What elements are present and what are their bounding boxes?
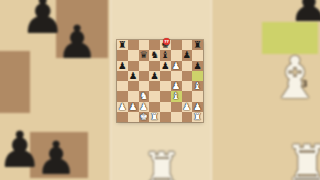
square-f6[interactable]: ♟ [171, 61, 182, 71]
bg-white-rook-bottom-center-icon: ♜ [142, 147, 181, 180]
square-e5[interactable] [160, 71, 171, 81]
white-pawn-icon[interactable]: ♟ [129, 102, 138, 112]
square-c1[interactable]: ♚ [139, 112, 150, 122]
square-e1[interactable] [160, 112, 171, 122]
square-e7[interactable]: ♝ [160, 50, 171, 60]
black-queen-icon[interactable]: ♛ [140, 50, 149, 60]
square-a6[interactable]: ♟ [117, 61, 128, 71]
black-pawn-icon[interactable]: ♟ [193, 61, 202, 71]
white-pawn-icon[interactable]: ♟ [183, 102, 192, 112]
screenshot-root: ♟♟♟♟♟♝♜♜ 3 ♜♚♜♛♞♝♟♟♟♟♟♟♟♟♝♞♝♟♟♟♟♟♚♜♜?? [0, 0, 320, 180]
square-e6[interactable]: ♟ [160, 61, 171, 71]
square-e2[interactable] [160, 102, 171, 112]
square-b2[interactable]: ♟ [128, 102, 139, 112]
square-g3[interactable] [182, 91, 193, 101]
square-a4[interactable] [117, 81, 128, 91]
square-g6[interactable] [182, 61, 193, 71]
square-g4[interactable] [182, 81, 193, 91]
square-d7[interactable]: ♞ [149, 50, 160, 60]
black-pawn-icon[interactable]: ♟ [150, 71, 159, 81]
square-c7[interactable]: ♛ [139, 50, 150, 60]
square-h7[interactable] [192, 50, 203, 60]
black-rook-icon[interactable]: ♜ [193, 40, 202, 50]
square-f3[interactable]: ♝ [171, 91, 182, 101]
square-b7[interactable] [128, 50, 139, 60]
square-b5[interactable]: ♟ [128, 71, 139, 81]
square-a1[interactable] [117, 112, 128, 122]
square-g7[interactable]: ♟ [182, 50, 193, 60]
black-knight-icon[interactable]: ♞ [150, 50, 159, 60]
white-pawn-icon[interactable]: ♟ [118, 102, 127, 112]
bg-black-pawn-4-icon: ♟ [35, 135, 76, 180]
chess-board[interactable]: ♜♚♜♛♞♝♟♟♟♟♟♟♟♟♝♞♝♟♟♟♟♟♚♜♜?? [117, 40, 203, 122]
white-bishop-icon[interactable]: ♝ [193, 81, 202, 91]
background-rank-coordinate: 3 [302, 80, 308, 89]
square-f7[interactable] [171, 50, 182, 60]
square-d1[interactable]: ♜ [149, 112, 160, 122]
square-a5[interactable] [117, 71, 128, 81]
square-b4[interactable] [128, 81, 139, 91]
square-c3[interactable]: ♞ [139, 91, 150, 101]
square-f8[interactable] [171, 40, 182, 50]
white-bishop-icon[interactable]: ♝ [172, 91, 181, 101]
white-pawn-icon[interactable]: ♟ [172, 61, 181, 71]
dark-patch-left [0, 51, 30, 113]
bg-white-bishop-icon: ♝ [269, 49, 320, 107]
square-c6[interactable] [139, 61, 150, 71]
square-e4[interactable] [160, 81, 171, 91]
blunder-badge: ?? [163, 38, 170, 45]
square-b3[interactable] [128, 91, 139, 101]
square-a2[interactable]: ♟ [117, 102, 128, 112]
bg-black-pawn-2-icon: ♟ [56, 19, 97, 65]
black-pawn-icon[interactable]: ♟ [183, 50, 192, 60]
white-rook-icon[interactable]: ♜ [193, 112, 202, 122]
bg-white-rook-bottom-right-icon: ♜ [285, 139, 320, 180]
square-b1[interactable] [128, 112, 139, 122]
bg-black-pawn-5-icon: ♟ [289, 0, 320, 28]
square-d5[interactable]: ♟ [149, 71, 160, 81]
square-g1[interactable] [182, 112, 193, 122]
square-b8[interactable] [128, 40, 139, 50]
square-d4[interactable] [149, 81, 160, 91]
square-h6[interactable]: ♟ [192, 61, 203, 71]
white-knight-icon[interactable]: ♞ [140, 91, 149, 101]
square-a8[interactable]: ♜ [117, 40, 128, 50]
square-g2[interactable]: ♟ [182, 102, 193, 112]
square-h1[interactable]: ♜ [192, 112, 203, 122]
black-rook-icon[interactable]: ♜ [118, 40, 127, 50]
square-a3[interactable] [117, 91, 128, 101]
square-a7[interactable] [117, 50, 128, 60]
square-f2[interactable] [171, 102, 182, 112]
square-d3[interactable] [149, 91, 160, 101]
white-king-icon[interactable]: ♚ [140, 112, 149, 122]
square-h3[interactable] [192, 91, 203, 101]
square-h8[interactable]: ♜ [192, 40, 203, 50]
black-pawn-icon[interactable]: ♟ [161, 61, 170, 71]
black-pawn-icon[interactable]: ♟ [129, 71, 138, 81]
square-c5[interactable] [139, 71, 150, 81]
black-pawn-icon[interactable]: ♟ [118, 61, 127, 71]
black-bishop-icon[interactable]: ♝ [161, 50, 170, 60]
white-rook-icon[interactable]: ♜ [150, 112, 159, 122]
square-f1[interactable] [171, 112, 182, 122]
square-e3[interactable] [160, 91, 171, 101]
square-g5[interactable] [182, 71, 193, 81]
square-h4[interactable]: ♝ [192, 81, 203, 91]
